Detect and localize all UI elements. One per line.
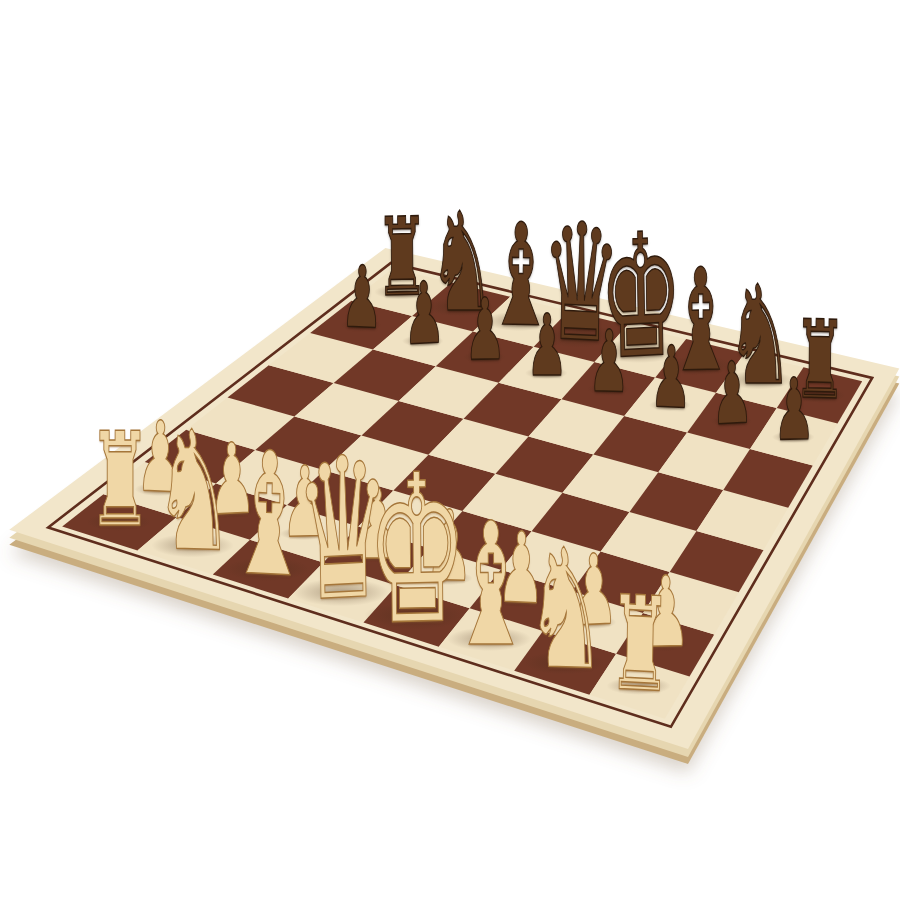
chessboard (0, 0, 900, 900)
chess-set-photo: ♜♞♝♛♚♝♞♜♟♟♟♟♟♟♟♟♟♟♟♟♟♟♟♟♜♞♝♛♚♝♞♜ (0, 0, 900, 900)
